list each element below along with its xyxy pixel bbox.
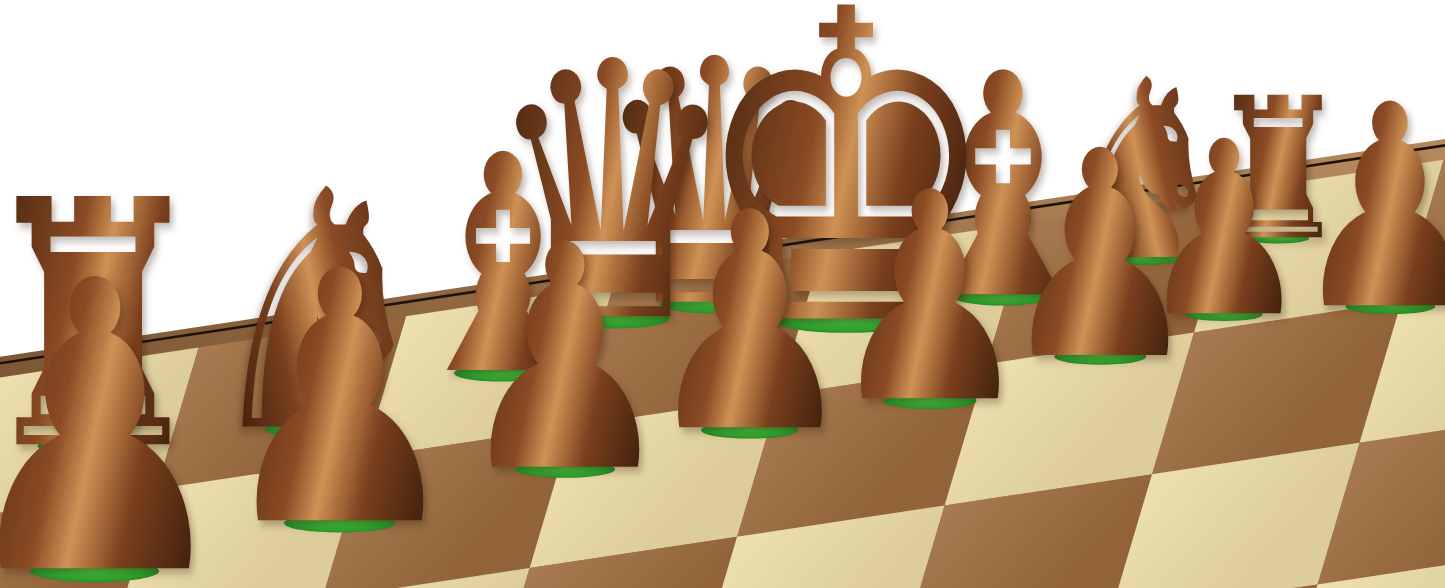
pawn-glyph: ♟ bbox=[0, 230, 238, 588]
piece-pawn-1: ♟ bbox=[0, 230, 274, 588]
pieces-layer: ♜♞♝♛♛♚♝♞♜♟♟♟♟♟♟♟♟ bbox=[0, 0, 1445, 588]
product-photo-stage: ♜♞♝♛♛♚♝♞♜♟♟♟♟♟♟♟♟ bbox=[0, 0, 1445, 588]
